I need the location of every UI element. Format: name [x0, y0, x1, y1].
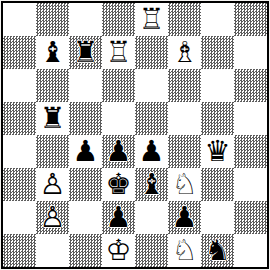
white-pawn-b3[interactable]: ♟♙: [36, 168, 69, 201]
square-f2[interactable]: ♟: [168, 201, 201, 234]
square-f1[interactable]: ♞♘: [168, 234, 201, 267]
square-e1[interactable]: [135, 234, 168, 267]
black-king-d3[interactable]: ♚: [102, 168, 135, 201]
square-b4[interactable]: [36, 135, 69, 168]
square-e3[interactable]: ♝: [135, 168, 168, 201]
square-b2[interactable]: ♟♙: [36, 201, 69, 234]
square-d6[interactable]: [102, 69, 135, 102]
square-g1[interactable]: ♞: [201, 234, 234, 267]
square-e2[interactable]: [135, 201, 168, 234]
square-e5[interactable]: [135, 102, 168, 135]
square-c5[interactable]: [69, 102, 102, 135]
square-d7[interactable]: ♜♖: [102, 36, 135, 69]
black-pawn-e4[interactable]: ♟: [135, 135, 168, 168]
square-f3[interactable]: ♞♘: [168, 168, 201, 201]
square-a8[interactable]: [3, 3, 36, 36]
black-pawn-icon: ♟: [168, 201, 201, 234]
black-pawn-d4[interactable]: ♟: [102, 135, 135, 168]
square-c4[interactable]: ♟: [69, 135, 102, 168]
square-h8[interactable]: [234, 3, 267, 36]
square-c7[interactable]: ♜: [69, 36, 102, 69]
square-c1[interactable]: [69, 234, 102, 267]
black-rook-icon: ♜: [69, 36, 102, 69]
white-king-d1[interactable]: ♚♔: [102, 234, 135, 267]
black-pawn-f2[interactable]: ♟: [168, 201, 201, 234]
white-rook-d7[interactable]: ♜♖: [102, 36, 135, 69]
white-pawn-icon: ♙: [36, 168, 69, 201]
square-h2[interactable]: [234, 201, 267, 234]
white-knight-f3[interactable]: ♞♘: [168, 168, 201, 201]
square-e6[interactable]: [135, 69, 168, 102]
square-c6[interactable]: [69, 69, 102, 102]
square-h3[interactable]: [234, 168, 267, 201]
square-g4[interactable]: ♛: [201, 135, 234, 168]
white-king-icon: ♔: [102, 234, 135, 267]
square-d1[interactable]: ♚♔: [102, 234, 135, 267]
square-a4[interactable]: [3, 135, 36, 168]
square-h4[interactable]: [234, 135, 267, 168]
white-knight-f1[interactable]: ♞♘: [168, 234, 201, 267]
square-d4[interactable]: ♟: [102, 135, 135, 168]
black-rook-c7[interactable]: ♜: [69, 36, 102, 69]
chess-board-frame: ♜♖♝♜♜♖♝♗♜♟♟♟♛♟♙♚♝♞♘♟♙♟♟♚♔♞♘♞: [1, 1, 269, 269]
square-e8[interactable]: ♜♖: [135, 3, 168, 36]
black-rook-icon: ♜: [36, 102, 69, 135]
white-knight-icon: ♘: [168, 234, 201, 267]
square-f7[interactable]: ♝♗: [168, 36, 201, 69]
square-f6[interactable]: [168, 69, 201, 102]
square-h5[interactable]: [234, 102, 267, 135]
square-g7[interactable]: [201, 36, 234, 69]
black-queen-g4[interactable]: ♛: [201, 135, 234, 168]
square-g5[interactable]: [201, 102, 234, 135]
square-g6[interactable]: [201, 69, 234, 102]
square-d8[interactable]: [102, 3, 135, 36]
black-queen-icon: ♛: [201, 135, 234, 168]
square-a3[interactable]: [3, 168, 36, 201]
white-knight-icon: ♘: [168, 168, 201, 201]
white-bishop-f7[interactable]: ♝♗: [168, 36, 201, 69]
white-rook-icon: ♖: [102, 36, 135, 69]
square-a6[interactable]: [3, 69, 36, 102]
square-e7[interactable]: [135, 36, 168, 69]
square-a5[interactable]: [3, 102, 36, 135]
white-pawn-icon: ♙: [36, 201, 69, 234]
square-b3[interactable]: ♟♙: [36, 168, 69, 201]
page: { "game": "chess", "diagram_style": "pri…: [0, 0, 270, 270]
square-d3[interactable]: ♚: [102, 168, 135, 201]
square-b7[interactable]: ♝: [36, 36, 69, 69]
square-b5[interactable]: ♜: [36, 102, 69, 135]
chess-board: ♜♖♝♜♜♖♝♗♜♟♟♟♛♟♙♚♝♞♘♟♙♟♟♚♔♞♘♞: [3, 3, 267, 267]
square-e4[interactable]: ♟: [135, 135, 168, 168]
black-pawn-c4[interactable]: ♟: [69, 135, 102, 168]
white-rook-e8[interactable]: ♜♖: [135, 3, 168, 36]
white-bishop-icon: ♗: [168, 36, 201, 69]
square-a1[interactable]: [3, 234, 36, 267]
square-f4[interactable]: [168, 135, 201, 168]
square-f5[interactable]: [168, 102, 201, 135]
square-f8[interactable]: [168, 3, 201, 36]
square-h7[interactable]: [234, 36, 267, 69]
black-knight-icon: ♞: [201, 234, 234, 267]
black-bishop-e3[interactable]: ♝: [135, 168, 168, 201]
square-d5[interactable]: [102, 102, 135, 135]
black-knight-g1[interactable]: ♞: [201, 234, 234, 267]
black-rook-b5[interactable]: ♜: [36, 102, 69, 135]
square-h1[interactable]: [234, 234, 267, 267]
square-g3[interactable]: [201, 168, 234, 201]
black-pawn-icon: ♟: [102, 135, 135, 168]
black-bishop-icon: ♝: [135, 168, 168, 201]
black-pawn-icon: ♟: [69, 135, 102, 168]
square-c2[interactable]: [69, 201, 102, 234]
square-b8[interactable]: [36, 3, 69, 36]
square-h6[interactable]: [234, 69, 267, 102]
square-c8[interactable]: [69, 3, 102, 36]
black-pawn-icon: ♟: [135, 135, 168, 168]
black-bishop-b7[interactable]: ♝: [36, 36, 69, 69]
black-pawn-d2[interactable]: ♟: [102, 201, 135, 234]
square-a2[interactable]: [3, 201, 36, 234]
black-pawn-icon: ♟: [102, 201, 135, 234]
square-d2[interactable]: ♟: [102, 201, 135, 234]
white-rook-icon: ♖: [135, 3, 168, 36]
square-a7[interactable]: [3, 36, 36, 69]
square-b1[interactable]: [36, 234, 69, 267]
square-b6[interactable]: [36, 69, 69, 102]
square-g2[interactable]: [201, 201, 234, 234]
black-king-icon: ♚: [102, 168, 135, 201]
black-bishop-icon: ♝: [36, 36, 69, 69]
square-g8[interactable]: [201, 3, 234, 36]
white-pawn-b2[interactable]: ♟♙: [36, 201, 69, 234]
square-c3[interactable]: [69, 168, 102, 201]
